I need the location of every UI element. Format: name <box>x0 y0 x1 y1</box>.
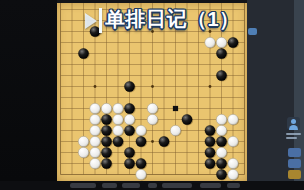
toolbar-button[interactable] <box>227 183 240 188</box>
right-app-panel <box>247 0 304 181</box>
video-frame: 单排日记（1） <box>0 0 304 190</box>
tool-icon-1[interactable] <box>288 148 301 157</box>
avatar-caption-line <box>286 137 297 139</box>
tool-icon-2[interactable] <box>288 159 301 168</box>
toolbar-button[interactable] <box>122 183 140 188</box>
avatar-head <box>291 119 296 124</box>
go-board-svg[interactable] <box>57 3 247 181</box>
avatar-caption-line <box>286 133 301 135</box>
tool-icon-3[interactable] <box>288 170 301 179</box>
toolbar-button[interactable] <box>102 183 117 188</box>
player-avatar-icon[interactable] <box>287 117 300 130</box>
toolbar-button[interactable] <box>200 183 221 188</box>
toolbar-button[interactable] <box>148 183 157 188</box>
left-letterbox <box>0 0 57 181</box>
go-board[interactable] <box>57 3 247 181</box>
toolbar-button[interactable] <box>162 183 192 188</box>
mini-tool-icon[interactable] <box>248 28 257 35</box>
avatar-body <box>289 125 298 130</box>
bottom-toolbar <box>0 181 304 190</box>
toolbar-button[interactable] <box>70 183 96 188</box>
